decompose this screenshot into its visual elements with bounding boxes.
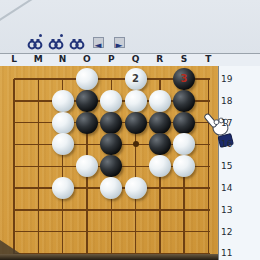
black-stone-R16 bbox=[149, 133, 171, 155]
white-stone-S15 bbox=[173, 155, 195, 177]
white-stone-O15 bbox=[76, 155, 98, 177]
white-stone-R15 bbox=[149, 155, 171, 177]
row-label-18: 18 bbox=[221, 96, 235, 106]
black-stone-O18 bbox=[76, 90, 98, 112]
white-stone-N16 bbox=[52, 133, 74, 155]
black-stone-S18 bbox=[173, 90, 195, 112]
top-panel: ◄► bbox=[0, 0, 260, 53]
star-point-Q16 bbox=[133, 141, 139, 147]
find-move-2-icon[interactable] bbox=[48, 36, 64, 51]
move-number-2: 2 bbox=[132, 68, 139, 90]
black-stone-R17 bbox=[149, 112, 171, 134]
white-stone-Q19: 2 bbox=[125, 68, 147, 90]
jump-next-icon[interactable]: ► bbox=[111, 36, 127, 51]
go-app-window: ◄► LMNOPQRST 23 191817161514131211 bbox=[0, 0, 260, 260]
photo-diagonal-artifact bbox=[0, 0, 46, 26]
white-stone-Q18 bbox=[125, 90, 147, 112]
white-stone-O19 bbox=[76, 68, 98, 90]
column-label-R: R bbox=[155, 54, 165, 64]
black-stone-S17 bbox=[173, 112, 195, 134]
row-label-13: 13 bbox=[221, 205, 235, 215]
row-label-17: 17 bbox=[221, 118, 235, 128]
search-binoculars-icon[interactable] bbox=[69, 36, 85, 51]
find-move-1-icon[interactable] bbox=[27, 36, 43, 51]
icon-dot bbox=[39, 34, 42, 37]
column-label-L: L bbox=[9, 54, 19, 64]
jump-previous-icon[interactable]: ◄ bbox=[90, 36, 106, 51]
white-stone-P14 bbox=[100, 177, 122, 199]
column-label-O: O bbox=[82, 54, 92, 64]
photo-bottom-edge bbox=[0, 254, 218, 260]
grid-line-horizontal bbox=[14, 209, 210, 211]
grid-line-vertical bbox=[13, 79, 15, 255]
white-stone-P18 bbox=[100, 90, 122, 112]
grid-line-horizontal bbox=[14, 231, 210, 233]
black-stone-O17 bbox=[76, 112, 98, 134]
row-label-16: 16 bbox=[221, 139, 235, 149]
white-stone-S16 bbox=[173, 133, 195, 155]
row-label-11: 11 bbox=[221, 248, 235, 258]
toolbar: ◄► bbox=[27, 36, 127, 51]
go-board[interactable]: 23 bbox=[0, 66, 218, 260]
column-label-P: P bbox=[106, 54, 116, 64]
black-stone-Q17 bbox=[125, 112, 147, 134]
black-stone-P17 bbox=[100, 112, 122, 134]
icon-dot bbox=[60, 34, 63, 37]
grid-line-vertical bbox=[38, 79, 40, 255]
white-stone-N17 bbox=[52, 112, 74, 134]
black-stone-P15 bbox=[100, 155, 122, 177]
row-label-19: 19 bbox=[221, 74, 235, 84]
move-number-3: 3 bbox=[181, 68, 188, 90]
column-label-T: T bbox=[203, 54, 213, 64]
black-stone-P16 bbox=[100, 133, 122, 155]
white-stone-R18 bbox=[149, 90, 171, 112]
column-label-N: N bbox=[58, 54, 68, 64]
white-stone-N14 bbox=[52, 177, 74, 199]
column-label-S: S bbox=[179, 54, 189, 64]
column-label-M: M bbox=[33, 54, 43, 64]
column-label-Q: Q bbox=[131, 54, 141, 64]
row-label-12: 12 bbox=[221, 227, 235, 237]
arrow-glyph: ► bbox=[111, 40, 127, 51]
white-stone-Q14 bbox=[125, 177, 147, 199]
grid-line-vertical bbox=[208, 79, 210, 255]
row-label-14: 14 bbox=[221, 183, 235, 193]
black-stone-S19: 3 bbox=[173, 68, 195, 90]
arrow-glyph: ◄ bbox=[90, 40, 106, 51]
row-label-15: 15 bbox=[221, 161, 235, 171]
white-stone-N18 bbox=[52, 90, 74, 112]
